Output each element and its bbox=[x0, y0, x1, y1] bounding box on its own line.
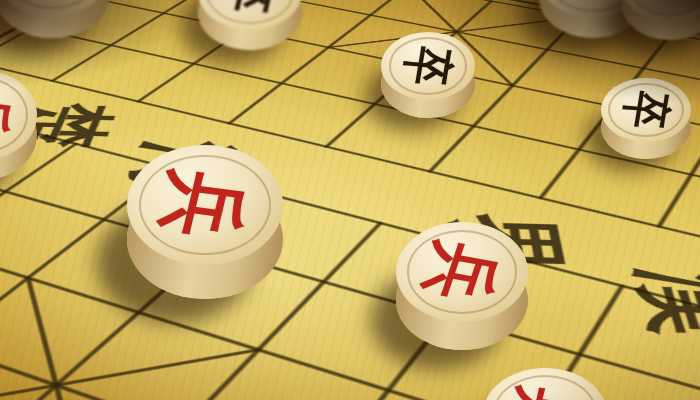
piece-character: 卒 bbox=[618, 89, 674, 130]
piece-character: 兵 bbox=[0, 88, 18, 141]
piece-face: 兵 bbox=[127, 145, 283, 265]
piece-character: 兵 bbox=[416, 238, 508, 306]
piece-character: 兵 bbox=[154, 167, 256, 242]
red-soldier-bottom-cut[interactable]: 兵 bbox=[483, 368, 607, 400]
black-soldier-1[interactable]: 卒 bbox=[381, 32, 475, 100]
piece-character: 兵 bbox=[504, 384, 585, 400]
pieces-layer: 卒卒卒兵兵兵兵 bbox=[0, 0, 700, 400]
red-soldier-1[interactable]: 兵 bbox=[127, 145, 283, 265]
red-soldier-2[interactable]: 兵 bbox=[396, 222, 528, 322]
piece-face: 兵 bbox=[396, 222, 528, 322]
piece-character: 卒 bbox=[399, 45, 457, 88]
piece-face: 卒 bbox=[381, 32, 475, 100]
piece-top-right-cut-2[interactable] bbox=[622, 0, 700, 22]
black-soldier-2[interactable]: 卒 bbox=[601, 78, 691, 142]
piece-face: 卒 bbox=[601, 78, 691, 142]
black-soldier-top-cut[interactable]: 卒 bbox=[198, 0, 302, 30]
piece-face: 兵 bbox=[483, 368, 607, 400]
red-soldier-left-cut[interactable]: 兵 bbox=[0, 70, 37, 160]
piece-character: 卒 bbox=[218, 0, 283, 16]
xiangqi-photo: 楚 河 界 漢 卒卒卒兵兵兵兵 bbox=[0, 0, 700, 400]
piece-top-left-cut[interactable] bbox=[0, 0, 110, 16]
